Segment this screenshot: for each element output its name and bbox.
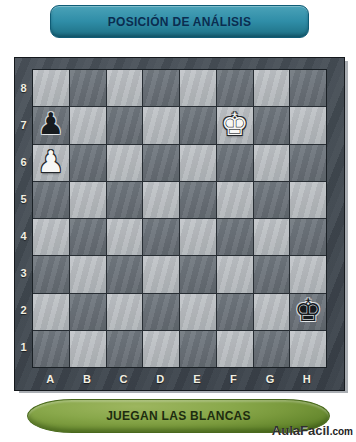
- rank-label-8: 8: [15, 69, 32, 106]
- square-a3: [33, 256, 69, 292]
- square-a8: [33, 70, 69, 106]
- square-a6: ♟: [33, 145, 69, 181]
- square-f6: [217, 145, 253, 181]
- square-d4: [143, 219, 179, 255]
- square-f7: ♚: [217, 107, 253, 143]
- square-d2: [143, 294, 179, 330]
- square-a5: [33, 182, 69, 218]
- square-h5: [290, 182, 326, 218]
- square-g8: [254, 70, 290, 106]
- square-c2: [107, 294, 143, 330]
- square-e2: [180, 294, 216, 330]
- square-c8: [107, 70, 143, 106]
- square-h4: [290, 219, 326, 255]
- square-h6: [290, 145, 326, 181]
- square-g5: [254, 182, 290, 218]
- square-f4: [217, 219, 253, 255]
- square-a2: [33, 294, 69, 330]
- square-b6: [70, 145, 106, 181]
- rank-label-1: 1: [15, 329, 32, 366]
- square-g6: [254, 145, 290, 181]
- square-f3: [217, 256, 253, 292]
- title-banner-label: POSICIÓN DE ANÁLISIS: [108, 15, 252, 29]
- square-h8: [290, 70, 326, 106]
- square-c6: [107, 145, 143, 181]
- board-squares: ♟♚♟♚: [32, 69, 327, 368]
- square-h3: [290, 256, 326, 292]
- white-pawn-piece: ♟: [37, 147, 64, 177]
- square-c7: [107, 107, 143, 143]
- square-d1: [143, 331, 179, 367]
- site-branding: AulaFacil.com: [272, 423, 353, 438]
- square-b7: [70, 107, 106, 143]
- square-g2: [254, 294, 290, 330]
- black-pawn-piece: ♟: [37, 109, 64, 139]
- square-f5: [217, 182, 253, 218]
- file-label-c: C: [105, 367, 142, 391]
- square-g7: [254, 107, 290, 143]
- square-f1: [217, 331, 253, 367]
- brand-name: AulaFacil: [272, 423, 330, 438]
- brand-suffix: .com: [330, 426, 353, 437]
- square-g3: [254, 256, 290, 292]
- square-a1: [33, 331, 69, 367]
- rank-label-6: 6: [15, 143, 32, 180]
- square-g4: [254, 219, 290, 255]
- file-label-h: H: [288, 367, 325, 391]
- square-e4: [180, 219, 216, 255]
- square-e3: [180, 256, 216, 292]
- square-d7: [143, 107, 179, 143]
- rank-label-5: 5: [15, 180, 32, 217]
- square-h7: [290, 107, 326, 143]
- square-b8: [70, 70, 106, 106]
- square-b1: [70, 331, 106, 367]
- file-label-d: D: [142, 367, 179, 391]
- square-h2: ♚: [290, 294, 326, 330]
- chess-board: 87654321 ♟♚♟♚ ABCDEFGH: [14, 57, 345, 391]
- square-b5: [70, 182, 106, 218]
- square-c3: [107, 256, 143, 292]
- turn-banner-label: JUEGAN LAS BLANCAS: [106, 409, 251, 423]
- square-b2: [70, 294, 106, 330]
- file-label-b: B: [69, 367, 106, 391]
- square-e7: [180, 107, 216, 143]
- rank-label-4: 4: [15, 218, 32, 255]
- file-label-f: F: [215, 367, 252, 391]
- file-label-g: G: [252, 367, 289, 391]
- square-e8: [180, 70, 216, 106]
- square-e1: [180, 331, 216, 367]
- square-e5: [180, 182, 216, 218]
- square-f2: [217, 294, 253, 330]
- black-king-piece: ♚: [294, 295, 322, 326]
- square-g1: [254, 331, 290, 367]
- square-h1: [290, 331, 326, 367]
- rank-label-3: 3: [15, 255, 32, 292]
- square-b4: [70, 219, 106, 255]
- rank-label-7: 7: [15, 106, 32, 143]
- file-labels: ABCDEFGH: [32, 367, 325, 391]
- rank-label-2: 2: [15, 292, 32, 329]
- square-d5: [143, 182, 179, 218]
- square-d3: [143, 256, 179, 292]
- analysis-lesson-graphic: POSICIÓN DE ANÁLISIS 87654321 ♟♚♟♚ ABCDE…: [0, 0, 356, 442]
- square-f8: [217, 70, 253, 106]
- square-c4: [107, 219, 143, 255]
- square-c1: [107, 331, 143, 367]
- title-banner: POSICIÓN DE ANÁLISIS: [50, 5, 309, 38]
- square-c5: [107, 182, 143, 218]
- rank-labels: 87654321: [15, 69, 32, 366]
- square-a4: [33, 219, 69, 255]
- square-a7: ♟: [33, 107, 69, 143]
- square-d8: [143, 70, 179, 106]
- square-d6: [143, 145, 179, 181]
- white-king-piece: ♚: [221, 109, 249, 140]
- square-e6: [180, 145, 216, 181]
- file-label-a: A: [32, 367, 69, 391]
- file-label-e: E: [179, 367, 216, 391]
- square-b3: [70, 256, 106, 292]
